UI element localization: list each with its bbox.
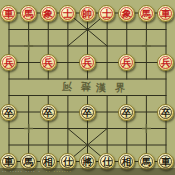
piece-red-general[interactable]: 帥 [79,5,96,22]
piece-red-horse[interactable]: 馬 [138,5,155,22]
piece-red-soldier[interactable]: 兵 [79,54,96,71]
piece-red-chariot[interactable]: 車 [157,5,174,22]
piece-grid: 車馬象士帥士象馬車兵兵兵兵兵卒卒卒卒卒車馬相仕將仕相馬車 [0,5,175,170]
piece-black-soldier[interactable]: 卒 [40,104,57,121]
piece-black-soldier[interactable]: 卒 [0,104,17,121]
piece-red-soldier[interactable]: 兵 [0,54,17,71]
piece-red-elephant[interactable]: 象 [40,5,57,22]
piece-red-horse[interactable]: 馬 [20,5,37,22]
piece-red-soldier[interactable]: 兵 [40,54,57,71]
watermark-right-text: ·· ······· [46,168,72,175]
piece-black-soldier[interactable]: 卒 [79,104,96,121]
piece-red-soldier[interactable]: 兵 [157,54,174,71]
piece-red-advisor[interactable]: 士 [98,5,115,22]
piece-red-elephant[interactable]: 象 [118,5,135,22]
xiangqi-board: 楚河 漢界 車馬象士帥士象馬車兵兵兵兵兵卒卒卒卒卒車馬相仕將仕相馬車 ·· ··… [0,0,175,175]
watermark-strip: ·· ····· ···· · ·· ······· [0,168,175,175]
piece-red-advisor[interactable]: 士 [59,5,76,22]
piece-black-soldier[interactable]: 卒 [157,104,174,121]
piece-red-chariot[interactable]: 車 [0,5,17,22]
watermark-left-text: ·· ····· ···· · [0,168,41,175]
piece-black-soldier[interactable]: 卒 [118,104,135,121]
piece-red-soldier[interactable]: 兵 [118,54,135,71]
